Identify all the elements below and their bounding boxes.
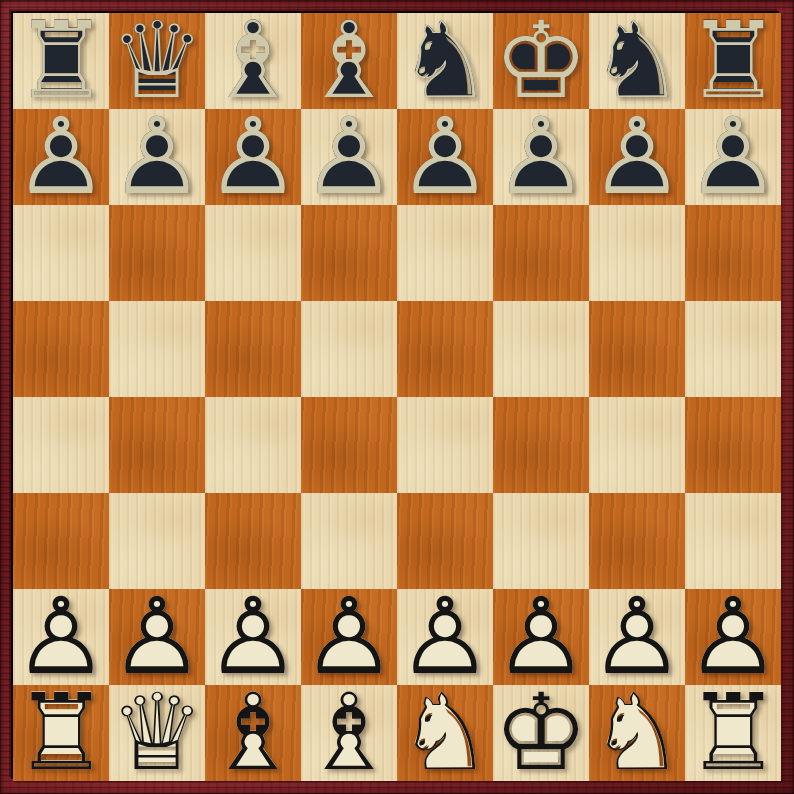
black-pawn[interactable]: ♟♙ bbox=[109, 109, 205, 205]
square-a4[interactable] bbox=[13, 397, 109, 493]
square-a5[interactable] bbox=[13, 301, 109, 397]
square-c6[interactable] bbox=[205, 205, 301, 301]
white-knight[interactable]: ♞♘ bbox=[397, 685, 493, 781]
square-b4[interactable] bbox=[109, 397, 205, 493]
square-b6[interactable] bbox=[109, 205, 205, 301]
square-e7[interactable]: ♟♙ bbox=[397, 109, 493, 205]
square-b7[interactable]: ♟♙ bbox=[109, 109, 205, 205]
white-queen[interactable]: ♛♕ bbox=[109, 685, 205, 781]
white-bishop[interactable]: ♝♗ bbox=[205, 685, 301, 781]
square-a7[interactable]: ♟♙ bbox=[13, 109, 109, 205]
square-g7[interactable]: ♟♙ bbox=[589, 109, 685, 205]
square-d4[interactable] bbox=[301, 397, 397, 493]
square-e6[interactable] bbox=[397, 205, 493, 301]
board-frame: ♜♖♛♕♝♗♝♗♞♘♚♔♞♘♜♖♟♙♟♙♟♙♟♙♟♙♟♙♟♙♟♙♟♙♟♙♟♙♟♙… bbox=[0, 0, 794, 794]
piece-glyph-outline: ♙ bbox=[13, 109, 109, 205]
white-knight[interactable]: ♞♘ bbox=[589, 685, 685, 781]
square-f4[interactable] bbox=[493, 397, 589, 493]
square-b1[interactable]: ♛♕ bbox=[109, 685, 205, 781]
square-a1[interactable]: ♜♖ bbox=[13, 685, 109, 781]
square-d7[interactable]: ♟♙ bbox=[301, 109, 397, 205]
piece-glyph-outline: ♘ bbox=[589, 685, 685, 781]
piece-glyph-outline: ♘ bbox=[397, 685, 493, 781]
square-e5[interactable] bbox=[397, 301, 493, 397]
piece-glyph-outline: ♖ bbox=[13, 685, 109, 781]
piece-glyph-outline: ♙ bbox=[205, 109, 301, 205]
square-f5[interactable] bbox=[493, 301, 589, 397]
square-e4[interactable] bbox=[397, 397, 493, 493]
square-h4[interactable] bbox=[685, 397, 781, 493]
square-h7[interactable]: ♟♙ bbox=[685, 109, 781, 205]
square-a6[interactable] bbox=[13, 205, 109, 301]
piece-glyph-outline: ♙ bbox=[589, 109, 685, 205]
square-h6[interactable] bbox=[685, 205, 781, 301]
black-pawn[interactable]: ♟♙ bbox=[13, 109, 109, 205]
square-g5[interactable] bbox=[589, 301, 685, 397]
white-king[interactable]: ♚♔ bbox=[493, 685, 589, 781]
square-c5[interactable] bbox=[205, 301, 301, 397]
piece-glyph-outline: ♙ bbox=[493, 109, 589, 205]
piece-glyph-outline: ♗ bbox=[301, 685, 397, 781]
square-h1[interactable]: ♜♖ bbox=[685, 685, 781, 781]
square-d6[interactable] bbox=[301, 205, 397, 301]
square-f1[interactable]: ♚♔ bbox=[493, 685, 589, 781]
square-d5[interactable] bbox=[301, 301, 397, 397]
square-h5[interactable] bbox=[685, 301, 781, 397]
black-pawn[interactable]: ♟♙ bbox=[205, 109, 301, 205]
white-rook[interactable]: ♜♖ bbox=[13, 685, 109, 781]
black-pawn[interactable]: ♟♙ bbox=[301, 109, 397, 205]
black-pawn[interactable]: ♟♙ bbox=[589, 109, 685, 205]
piece-glyph-outline: ♙ bbox=[397, 109, 493, 205]
square-g1[interactable]: ♞♘ bbox=[589, 685, 685, 781]
square-e1[interactable]: ♞♘ bbox=[397, 685, 493, 781]
square-f6[interactable] bbox=[493, 205, 589, 301]
piece-glyph-outline: ♔ bbox=[493, 685, 589, 781]
square-b5[interactable] bbox=[109, 301, 205, 397]
square-c1[interactable]: ♝♗ bbox=[205, 685, 301, 781]
square-g4[interactable] bbox=[589, 397, 685, 493]
chess-board: ♜♖♛♕♝♗♝♗♞♘♚♔♞♘♜♖♟♙♟♙♟♙♟♙♟♙♟♙♟♙♟♙♟♙♟♙♟♙♟♙… bbox=[13, 13, 781, 781]
piece-glyph-outline: ♕ bbox=[109, 685, 205, 781]
square-f7[interactable]: ♟♙ bbox=[493, 109, 589, 205]
black-pawn[interactable]: ♟♙ bbox=[493, 109, 589, 205]
piece-glyph-outline: ♙ bbox=[109, 109, 205, 205]
piece-glyph-outline: ♗ bbox=[205, 685, 301, 781]
square-c7[interactable]: ♟♙ bbox=[205, 109, 301, 205]
white-rook[interactable]: ♜♖ bbox=[685, 685, 781, 781]
square-d1[interactable]: ♝♗ bbox=[301, 685, 397, 781]
piece-glyph-outline: ♙ bbox=[685, 109, 781, 205]
white-bishop[interactable]: ♝♗ bbox=[301, 685, 397, 781]
piece-glyph-outline: ♙ bbox=[301, 109, 397, 205]
square-c4[interactable] bbox=[205, 397, 301, 493]
black-pawn[interactable]: ♟♙ bbox=[685, 109, 781, 205]
piece-glyph-outline: ♖ bbox=[685, 685, 781, 781]
black-pawn[interactable]: ♟♙ bbox=[397, 109, 493, 205]
square-g6[interactable] bbox=[589, 205, 685, 301]
